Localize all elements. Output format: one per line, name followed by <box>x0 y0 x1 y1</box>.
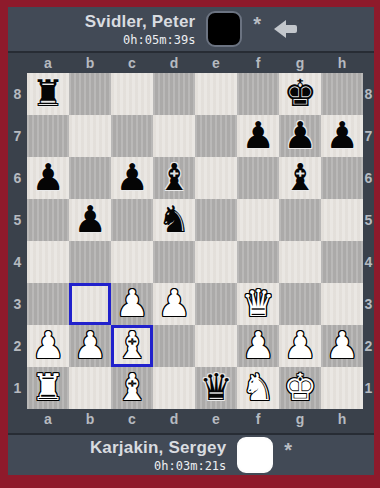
rank-label-8: 8 <box>8 73 27 115</box>
square-d1[interactable] <box>153 367 195 409</box>
square-b7[interactable] <box>69 115 111 157</box>
bottom-player-clock: 0h:03m:21s <box>154 459 226 473</box>
square-g5[interactable] <box>279 199 321 241</box>
white-pawn: ♟ <box>31 325 64 367</box>
square-g6[interactable]: ♝ <box>279 157 321 199</box>
square-e8[interactable] <box>195 73 237 115</box>
file-label-b: b <box>69 409 111 429</box>
bottom-player-name: Karjakin, Sergey <box>90 438 226 458</box>
square-b8[interactable] <box>69 73 111 115</box>
square-c2[interactable]: ♝ <box>111 325 153 367</box>
square-h4[interactable] <box>321 241 363 283</box>
square-d3[interactable]: ♟ <box>153 283 195 325</box>
rank-label-1: 1 <box>363 367 374 409</box>
square-d4[interactable] <box>153 241 195 283</box>
square-f1[interactable]: ♞ <box>237 367 279 409</box>
black-pawn: ♟ <box>73 199 106 241</box>
square-h2[interactable]: ♟ <box>321 325 363 367</box>
rank-label-2: 2 <box>363 325 374 367</box>
square-f4[interactable] <box>237 241 279 283</box>
black-rook: ♜ <box>31 73 64 115</box>
file-label-a: a <box>27 409 69 429</box>
black-king: ♚ <box>283 73 316 115</box>
file-label-c: c <box>111 53 153 73</box>
white-pawn: ♟ <box>157 283 190 325</box>
square-d6[interactable]: ♝ <box>153 157 195 199</box>
rank-label-6: 6 <box>8 157 27 199</box>
square-d8[interactable] <box>153 73 195 115</box>
file-label-d: d <box>153 409 195 429</box>
back-arrow-icon[interactable] <box>274 20 297 38</box>
rank-label-2: 2 <box>8 325 27 367</box>
rank-label-3: 3 <box>8 283 27 325</box>
square-f8[interactable] <box>237 73 279 115</box>
file-label-g: g <box>279 409 321 429</box>
square-e1[interactable]: ♛ <box>195 367 237 409</box>
square-h3[interactable] <box>321 283 363 325</box>
rank-labels-right: 87654321 <box>363 73 374 409</box>
file-label-h: h <box>321 409 363 429</box>
square-b3[interactable] <box>69 283 111 325</box>
square-h7[interactable]: ♟ <box>321 115 363 157</box>
top-player-name: Svidler, Peter <box>85 12 196 32</box>
square-d5[interactable]: ♞ <box>153 199 195 241</box>
square-e7[interactable] <box>195 115 237 157</box>
black-knight: ♞ <box>157 199 190 241</box>
black-pawn: ♟ <box>283 115 316 157</box>
black-bishop: ♝ <box>157 157 190 199</box>
square-h5[interactable] <box>321 199 363 241</box>
file-label-f: f <box>237 409 279 429</box>
top-player-status: * <box>253 13 261 36</box>
square-f2[interactable]: ♟ <box>237 325 279 367</box>
rank-label-6: 6 <box>363 157 374 199</box>
file-label-f: f <box>237 53 279 73</box>
rank-label-5: 5 <box>8 199 27 241</box>
square-c3[interactable]: ♟ <box>111 283 153 325</box>
square-b4[interactable] <box>69 241 111 283</box>
rank-label-1: 1 <box>8 367 27 409</box>
rank-label-3: 3 <box>363 283 374 325</box>
square-c6[interactable]: ♟ <box>111 157 153 199</box>
square-a5[interactable] <box>27 199 69 241</box>
top-player-color <box>206 11 242 47</box>
square-a8[interactable]: ♜ <box>27 73 69 115</box>
square-b2[interactable]: ♟ <box>69 325 111 367</box>
black-pawn: ♟ <box>31 157 64 199</box>
square-d2[interactable] <box>153 325 195 367</box>
square-h8[interactable] <box>321 73 363 115</box>
black-bishop: ♝ <box>283 157 316 199</box>
square-c8[interactable] <box>111 73 153 115</box>
white-bishop: ♝ <box>115 325 148 367</box>
rank-labels-left: 87654321 <box>8 73 27 409</box>
file-label-g: g <box>279 53 321 73</box>
file-label-b: b <box>69 53 111 73</box>
board: ♜♚♟♟♟♟♟♝♝♟♞♟♟♛♟♟♝♟♟♟♜♝♛♞♚ <box>27 73 363 409</box>
app-frame: Svidler, Peter 0h:05m:39s * abcdefgh 876… <box>0 0 380 488</box>
square-g3[interactable] <box>279 283 321 325</box>
square-e6[interactable] <box>195 157 237 199</box>
square-e2[interactable] <box>195 325 237 367</box>
square-a7[interactable] <box>27 115 69 157</box>
square-e5[interactable] <box>195 199 237 241</box>
file-label-h: h <box>321 53 363 73</box>
file-label-c: c <box>111 409 153 429</box>
rank-label-4: 4 <box>8 241 27 283</box>
square-f3[interactable]: ♛ <box>237 283 279 325</box>
bottom-player-color <box>237 437 273 473</box>
square-h1[interactable] <box>321 367 363 409</box>
white-pawn: ♟ <box>115 283 148 325</box>
bottom-player-status: * <box>284 439 292 462</box>
rank-label-7: 7 <box>8 115 27 157</box>
square-a1[interactable]: ♜ <box>27 367 69 409</box>
white-knight: ♞ <box>241 367 274 409</box>
square-a4[interactable] <box>27 241 69 283</box>
square-h6[interactable] <box>321 157 363 199</box>
square-f7[interactable]: ♟ <box>237 115 279 157</box>
black-queen: ♛ <box>199 367 232 409</box>
square-g2[interactable]: ♟ <box>279 325 321 367</box>
board-section: abcdefgh 87654321 ♜♚♟♟♟♟♟♝♝♟♞♟♟♛♟♟♝♟♟♟♜♝… <box>8 53 374 433</box>
square-g8[interactable]: ♚ <box>279 73 321 115</box>
back-arrow-shaft <box>286 25 297 33</box>
rank-label-7: 7 <box>363 115 374 157</box>
white-pawn: ♟ <box>241 325 274 367</box>
square-d7[interactable] <box>153 115 195 157</box>
top-player-bar: Svidler, Peter 0h:05m:39s * <box>8 7 374 53</box>
game-window: Svidler, Peter 0h:05m:39s * abcdefgh 876… <box>8 7 374 475</box>
top-player-clock: 0h:05m:39s <box>123 33 195 47</box>
black-pawn: ♟ <box>115 157 148 199</box>
top-player-info: Svidler, Peter 0h:05m:39s <box>85 12 196 47</box>
square-c1[interactable]: ♝ <box>111 367 153 409</box>
white-bishop: ♝ <box>115 367 148 409</box>
square-c7[interactable] <box>111 115 153 157</box>
square-b5[interactable]: ♟ <box>69 199 111 241</box>
white-pawn: ♟ <box>73 325 106 367</box>
square-g4[interactable] <box>279 241 321 283</box>
back-arrow-head <box>274 20 286 38</box>
square-a3[interactable] <box>27 283 69 325</box>
square-e3[interactable] <box>195 283 237 325</box>
square-b6[interactable] <box>69 157 111 199</box>
square-g7[interactable]: ♟ <box>279 115 321 157</box>
file-label-e: e <box>195 409 237 429</box>
square-g1[interactable]: ♚ <box>279 367 321 409</box>
rank-label-5: 5 <box>363 199 374 241</box>
rank-label-4: 4 <box>363 241 374 283</box>
black-pawn: ♟ <box>325 115 358 157</box>
file-label-d: d <box>153 53 195 73</box>
square-c5[interactable] <box>111 199 153 241</box>
file-label-e: e <box>195 53 237 73</box>
file-labels-top: abcdefgh <box>27 53 363 73</box>
black-pawn: ♟ <box>241 115 274 157</box>
square-e4[interactable] <box>195 241 237 283</box>
white-pawn: ♟ <box>283 325 316 367</box>
bottom-player-bar: Karjakin, Sergey 0h:03m:21s * <box>8 433 374 475</box>
square-c4[interactable] <box>111 241 153 283</box>
square-a6[interactable]: ♟ <box>27 157 69 199</box>
rank-label-8: 8 <box>363 73 374 115</box>
file-label-a: a <box>27 53 69 73</box>
white-queen: ♛ <box>241 283 274 325</box>
white-rook: ♜ <box>31 367 64 409</box>
white-king: ♚ <box>283 367 316 409</box>
square-f5[interactable] <box>237 199 279 241</box>
white-pawn: ♟ <box>325 325 358 367</box>
bottom-player-info: Karjakin, Sergey 0h:03m:21s <box>90 438 226 473</box>
square-f6[interactable] <box>237 157 279 199</box>
square-a2[interactable]: ♟ <box>27 325 69 367</box>
board-mid-row: 87654321 ♜♚♟♟♟♟♟♝♝♟♞♟♟♛♟♟♝♟♟♟♜♝♛♞♚ 87654… <box>8 73 374 409</box>
file-labels-bottom: abcdefgh <box>27 409 363 429</box>
square-b1[interactable] <box>69 367 111 409</box>
